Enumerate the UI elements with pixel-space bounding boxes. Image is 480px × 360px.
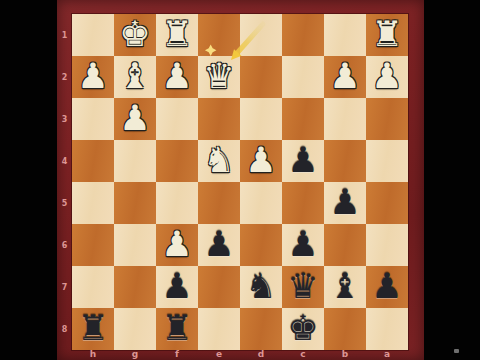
- square-d5[interactable]: [240, 182, 282, 224]
- white-pawn-h2: ♟: [77, 59, 108, 94]
- file-labels: hgfedcba: [72, 348, 408, 360]
- square-e1[interactable]: [198, 14, 240, 56]
- square-e7[interactable]: [198, 266, 240, 308]
- file-label-d: d: [240, 348, 282, 360]
- square-f8[interactable]: ♜: [156, 308, 198, 350]
- file-label-e: e: [198, 348, 240, 360]
- rank-label-5: 5: [57, 182, 72, 224]
- black-pawn-c4: ♟: [287, 143, 318, 178]
- white-pawn-a2: ♟: [371, 59, 402, 94]
- white-pawn-f2: ♟: [161, 59, 192, 94]
- white-pawn-f6: ♟: [161, 227, 192, 262]
- square-d7[interactable]: ♞: [240, 266, 282, 308]
- square-h6[interactable]: [72, 224, 114, 266]
- square-a6[interactable]: [366, 224, 408, 266]
- rank-label-4: 4: [57, 140, 72, 182]
- square-d1[interactable]: [240, 14, 282, 56]
- rank-label-2: 2: [57, 56, 72, 98]
- rank-label-8: 8: [57, 308, 72, 350]
- black-pawn-b5: ♟: [329, 185, 360, 220]
- square-c8[interactable]: ♚: [282, 308, 324, 350]
- file-label-g: g: [114, 348, 156, 360]
- square-g5[interactable]: [114, 182, 156, 224]
- square-g1[interactable]: ♚: [114, 14, 156, 56]
- rank-label-7: 7: [57, 266, 72, 308]
- square-a1[interactable]: ♜: [366, 14, 408, 56]
- square-c6[interactable]: ♟: [282, 224, 324, 266]
- square-e3[interactable]: [198, 98, 240, 140]
- square-b1[interactable]: [324, 14, 366, 56]
- square-c4[interactable]: ♟: [282, 140, 324, 182]
- file-label-f: f: [156, 348, 198, 360]
- square-h5[interactable]: [72, 182, 114, 224]
- square-a3[interactable]: [366, 98, 408, 140]
- file-label-c: c: [282, 348, 324, 360]
- file-label-b: b: [324, 348, 366, 360]
- square-c5[interactable]: [282, 182, 324, 224]
- square-f3[interactable]: [156, 98, 198, 140]
- square-b6[interactable]: [324, 224, 366, 266]
- white-pawn-b2: ♟: [329, 59, 360, 94]
- square-f2[interactable]: ♟: [156, 56, 198, 98]
- square-d3[interactable]: [240, 98, 282, 140]
- black-king-c8: ♚: [287, 311, 318, 346]
- square-a7[interactable]: ♟: [366, 266, 408, 308]
- square-f4[interactable]: [156, 140, 198, 182]
- square-h2[interactable]: ♟: [72, 56, 114, 98]
- square-g4[interactable]: [114, 140, 156, 182]
- white-king-g1: ♚: [119, 17, 150, 52]
- square-b3[interactable]: [324, 98, 366, 140]
- square-c1[interactable]: [282, 14, 324, 56]
- rank-label-3: 3: [57, 98, 72, 140]
- black-bishop-b7: ♝: [329, 269, 360, 304]
- white-rook-f1: ♜: [161, 17, 192, 52]
- square-d2[interactable]: [240, 56, 282, 98]
- video-artifact-dot: [454, 349, 459, 353]
- file-label-h: h: [72, 348, 114, 360]
- file-label-a: a: [366, 348, 408, 360]
- square-g2[interactable]: ♝: [114, 56, 156, 98]
- square-a2[interactable]: ♟: [366, 56, 408, 98]
- rank-label-6: 6: [57, 224, 72, 266]
- black-pawn-e6: ♟: [203, 227, 234, 262]
- white-bishop-g2: ♝: [119, 59, 150, 94]
- rank-labels: 12345678: [57, 14, 72, 350]
- square-g7[interactable]: [114, 266, 156, 308]
- square-h4[interactable]: [72, 140, 114, 182]
- black-queen-c7: ♛: [287, 269, 318, 304]
- square-f7[interactable]: ♟: [156, 266, 198, 308]
- black-pawn-f7: ♟: [161, 269, 192, 304]
- square-b7[interactable]: ♝: [324, 266, 366, 308]
- square-e4[interactable]: ♞: [198, 140, 240, 182]
- square-h7[interactable]: [72, 266, 114, 308]
- square-d6[interactable]: [240, 224, 282, 266]
- square-b2[interactable]: ♟: [324, 56, 366, 98]
- square-h3[interactable]: [72, 98, 114, 140]
- square-b8[interactable]: [324, 308, 366, 350]
- square-c7[interactable]: ♛: [282, 266, 324, 308]
- square-d8[interactable]: [240, 308, 282, 350]
- square-c3[interactable]: [282, 98, 324, 140]
- square-e5[interactable]: [198, 182, 240, 224]
- black-rook-h8: ♜: [77, 311, 108, 346]
- square-b5[interactable]: ♟: [324, 182, 366, 224]
- square-d4[interactable]: ♟: [240, 140, 282, 182]
- white-pawn-d4: ♟: [245, 143, 276, 178]
- black-rook-f8: ♜: [161, 311, 192, 346]
- square-a5[interactable]: [366, 182, 408, 224]
- square-h1[interactable]: [72, 14, 114, 56]
- square-a8[interactable]: [366, 308, 408, 350]
- square-g3[interactable]: ♟: [114, 98, 156, 140]
- square-a4[interactable]: [366, 140, 408, 182]
- square-f6[interactable]: ♟: [156, 224, 198, 266]
- square-c2[interactable]: [282, 56, 324, 98]
- chess-board: ♚♜♜♟♝♟♛♟♟♟♞♟♟♟♟♟♟♟♞♛♝♟♜♜♚: [72, 14, 408, 350]
- square-e8[interactable]: [198, 308, 240, 350]
- square-e2[interactable]: ♛: [198, 56, 240, 98]
- black-pawn-a7: ♟: [371, 269, 402, 304]
- rank-label-1: 1: [57, 14, 72, 56]
- black-pawn-c6: ♟: [287, 227, 318, 262]
- square-b4[interactable]: [324, 140, 366, 182]
- square-f1[interactable]: ♜: [156, 14, 198, 56]
- white-knight-e4: ♞: [203, 143, 234, 178]
- white-queen-e2: ♛: [203, 59, 234, 94]
- white-pawn-g3: ♟: [119, 101, 150, 136]
- square-g8[interactable]: [114, 308, 156, 350]
- video-frame: ♚♜♜♟♝♟♛♟♟♟♞♟♟♟♟♟♟♟♞♛♝♟♜♜♚ 12345678 hgfed…: [0, 0, 480, 360]
- square-g6[interactable]: [114, 224, 156, 266]
- square-e6[interactable]: ♟: [198, 224, 240, 266]
- white-rook-a1: ♜: [371, 17, 402, 52]
- square-h8[interactable]: ♜: [72, 308, 114, 350]
- black-knight-d7: ♞: [245, 269, 276, 304]
- square-f5[interactable]: [156, 182, 198, 224]
